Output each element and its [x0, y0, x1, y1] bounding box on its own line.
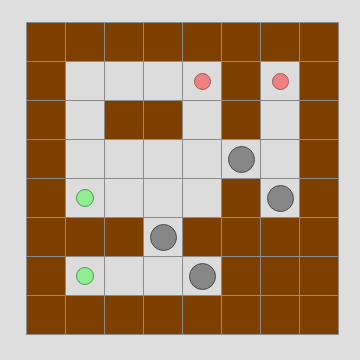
floor-cell: [261, 62, 299, 100]
floor-cell: [183, 101, 221, 139]
wall-cell: [300, 140, 338, 178]
wall-cell: [144, 23, 182, 61]
wall-cell: [27, 101, 65, 139]
wall-cell: [105, 296, 143, 334]
floor-cell: [144, 179, 182, 217]
green-gem-piece[interactable]: [76, 189, 94, 207]
wall-cell: [183, 218, 221, 256]
gray-boulder-piece[interactable]: [267, 185, 294, 212]
wall-cell: [183, 23, 221, 61]
wall-cell: [27, 23, 65, 61]
wall-cell: [222, 179, 260, 217]
floor-cell: [105, 62, 143, 100]
wall-cell: [66, 23, 104, 61]
wall-cell: [300, 296, 338, 334]
wall-cell: [66, 218, 104, 256]
wall-cell: [27, 257, 65, 295]
floor-cell: [261, 101, 299, 139]
floor-cell: [144, 62, 182, 100]
wall-cell: [261, 218, 299, 256]
wall-cell: [222, 296, 260, 334]
wall-cell: [27, 296, 65, 334]
wall-cell: [105, 101, 143, 139]
wall-cell: [300, 101, 338, 139]
floor-cell: [183, 140, 221, 178]
gray-boulder-piece[interactable]: [228, 146, 255, 173]
wall-cell: [300, 179, 338, 217]
floor-cell: [261, 179, 299, 217]
floor-cell: [144, 140, 182, 178]
wall-cell: [300, 257, 338, 295]
wall-cell: [144, 101, 182, 139]
floor-cell: [105, 257, 143, 295]
floor-cell: [105, 140, 143, 178]
floor-cell: [183, 62, 221, 100]
wall-cell: [27, 179, 65, 217]
floor-cell: [183, 179, 221, 217]
floor-cell: [183, 257, 221, 295]
wall-cell: [222, 23, 260, 61]
wall-cell: [105, 23, 143, 61]
wall-cell: [300, 218, 338, 256]
wall-cell: [66, 296, 104, 334]
wall-cell: [261, 23, 299, 61]
wall-cell: [300, 62, 338, 100]
game-stage: [0, 0, 360, 360]
wall-cell: [222, 62, 260, 100]
floor-cell: [144, 218, 182, 256]
red-dot-piece[interactable]: [194, 73, 211, 90]
green-gem-piece[interactable]: [76, 267, 94, 285]
floor-cell: [261, 140, 299, 178]
wall-cell: [105, 218, 143, 256]
wall-cell: [27, 218, 65, 256]
floor-cell: [105, 179, 143, 217]
floor-cell: [66, 140, 104, 178]
wall-cell: [222, 218, 260, 256]
floor-cell: [66, 101, 104, 139]
floor-cell: [66, 257, 104, 295]
wall-cell: [222, 101, 260, 139]
floor-cell: [66, 179, 104, 217]
floor-cell: [144, 257, 182, 295]
wall-cell: [27, 62, 65, 100]
wall-cell: [261, 257, 299, 295]
red-dot-piece[interactable]: [272, 73, 289, 90]
gray-boulder-piece[interactable]: [150, 224, 177, 251]
floor-cell: [66, 62, 104, 100]
wall-cell: [300, 23, 338, 61]
gray-boulder-piece[interactable]: [189, 263, 216, 290]
wall-cell: [183, 296, 221, 334]
wall-cell: [27, 140, 65, 178]
puzzle-board[interactable]: [26, 22, 339, 335]
floor-cell: [222, 140, 260, 178]
wall-cell: [222, 257, 260, 295]
wall-cell: [261, 296, 299, 334]
wall-cell: [144, 296, 182, 334]
